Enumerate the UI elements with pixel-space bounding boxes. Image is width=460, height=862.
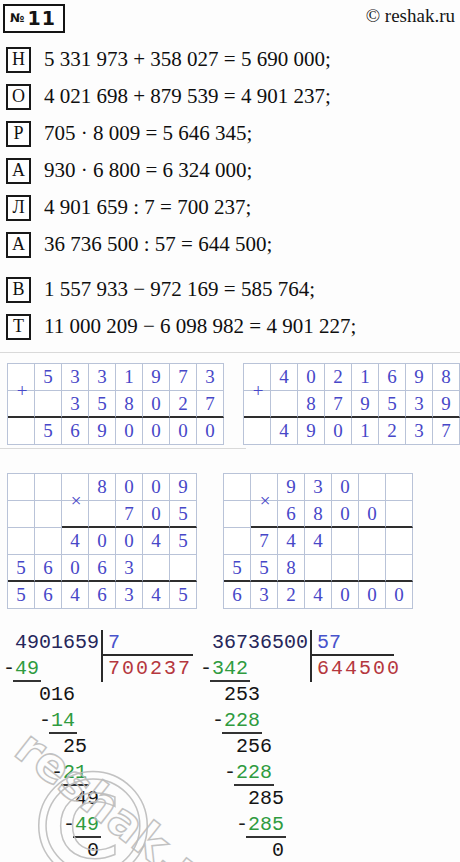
grid-cell: 3 <box>62 391 89 418</box>
divider-line <box>0 448 246 449</box>
grid-cell: 0 <box>62 555 89 582</box>
grid-cell <box>224 528 251 555</box>
remainder: 49 <box>75 787 99 810</box>
grid-cell <box>8 418 35 445</box>
times-sign: × <box>260 490 271 512</box>
equation-row: В1 557 933 − 972 169 = 585 764; <box>4 271 460 308</box>
problem-number: 11 <box>27 7 55 29</box>
equation-row: Л4 901 659 : 7 = 700 237; <box>4 189 460 226</box>
grid-cell: 9 <box>433 391 460 418</box>
subtrahend: 14 <box>49 708 77 734</box>
division-1: 4901659-49 016 -14 25 -21 49 -49 0770023… <box>3 630 99 862</box>
grid-cell: 0 <box>170 418 197 445</box>
division-step: -21 <box>3 760 99 786</box>
grid-cell <box>89 501 116 528</box>
remainder: 0 <box>87 839 99 862</box>
division-step: -228 <box>200 760 308 786</box>
grid-cell: 2 <box>379 418 406 445</box>
grid-cell <box>332 528 359 555</box>
dividend-line: 4901659 <box>3 630 99 656</box>
grid-cell: 2 <box>278 582 305 609</box>
grid-cell: 0 <box>143 474 170 501</box>
answer-letter-box: Р <box>6 121 31 147</box>
equation-text: 4 901 659 : 7 = 700 237; <box>44 195 251 220</box>
multiplication-grid-1: 800970540045560635646345× <box>7 473 197 609</box>
grid-cell: 7 <box>433 418 460 445</box>
grid-cell: 0 <box>143 418 170 445</box>
equation-row: А930 · 6 800 = 6 324 000; <box>4 152 460 189</box>
answer-letter-box: В <box>6 277 31 303</box>
grid-cell: 9 <box>278 474 305 501</box>
grid-cell: 5 <box>8 555 35 582</box>
grid-cell <box>359 528 386 555</box>
grid-cell: 6 <box>62 418 89 445</box>
grid-cell: 5 <box>89 391 116 418</box>
grid-cell <box>332 555 359 582</box>
grid-cell: 5 <box>224 555 251 582</box>
grid-cell <box>170 555 197 582</box>
grid-cell: 3 <box>62 364 89 391</box>
grid-cell <box>224 501 251 528</box>
grid-cell: 3 <box>406 391 433 418</box>
grid-cell <box>35 501 62 528</box>
grid-cell <box>359 555 386 582</box>
grid-cell: 9 <box>143 364 170 391</box>
grid-cell: 0 <box>116 418 143 445</box>
grid-cell: 8 <box>298 391 325 418</box>
grid-cell: 4 <box>143 528 170 555</box>
grid-cell <box>224 474 251 501</box>
grid-cell: 0 <box>386 582 413 609</box>
grid-cell: 3 <box>89 364 116 391</box>
copyright-text: © reshak.ru <box>366 5 455 27</box>
division-2: 36736500-342 253 -228 256 -228 285 -285 … <box>200 630 308 862</box>
times-sign: × <box>71 490 82 512</box>
grid-cell: 4 <box>305 528 332 555</box>
division-step: -14 <box>3 708 99 734</box>
plus-sign: + <box>253 380 264 402</box>
division-step: -342 <box>200 656 308 682</box>
answer-letter-box: Н <box>6 47 31 73</box>
equation-row: Р705 · 8 009 = 5 646 345; <box>4 115 460 152</box>
grid-cell: 1 <box>352 418 379 445</box>
grid-cell: 6 <box>89 555 116 582</box>
equation-text: 930 · 6 800 = 6 324 000; <box>44 158 252 183</box>
grid-cell: 0 <box>89 528 116 555</box>
grid-cell: 0 <box>298 364 325 391</box>
grid-cell <box>8 528 35 555</box>
multiplication-grid-2: 93068007445586324000× <box>223 473 413 609</box>
grid-cell: 9 <box>170 474 197 501</box>
division-step: -49 <box>3 656 99 682</box>
division-step: -285 <box>200 812 308 838</box>
grid-cell: 5 <box>379 391 406 418</box>
equation-row: Т11 000 209 − 6 098 982 = 4 901 227; <box>4 308 460 345</box>
addition-grid-2: 40216988795394901237+ <box>243 363 460 445</box>
remainder: 25 <box>63 735 87 758</box>
worksheet-page: № 11 © reshak.ru Н5 331 973 + 358 027 = … <box>0 0 460 862</box>
grid-cell: 5 <box>8 582 35 609</box>
grid-cell: 9 <box>352 391 379 418</box>
grid-cell <box>35 474 62 501</box>
numero-sign: № <box>10 11 24 25</box>
grid-cell: 6 <box>35 555 62 582</box>
dividend: 4901659 <box>15 631 99 654</box>
grid-cell: 0 <box>359 501 386 528</box>
grid-cell: 5 <box>170 501 197 528</box>
grid-cell: 6 <box>89 582 116 609</box>
grid-cell: 9 <box>406 364 433 391</box>
grid-cell: 4 <box>271 418 298 445</box>
remainder: 016 <box>39 683 75 706</box>
division-step: 0 <box>3 838 99 862</box>
grid-cell: 1 <box>352 364 379 391</box>
grid-cell: 4 <box>62 582 89 609</box>
grid-cell: 9 <box>89 418 116 445</box>
dividend-line: 36736500 <box>200 630 308 656</box>
grid-cell: 7 <box>116 501 143 528</box>
grid-cell <box>35 391 62 418</box>
equation-row: А36 736 500 : 57 = 644 500; <box>4 226 460 263</box>
grid-cell: 0 <box>332 582 359 609</box>
grid-cell: 3 <box>116 582 143 609</box>
answer-letter-box: Т <box>6 314 31 340</box>
grid-cell <box>305 555 332 582</box>
grid-cell: 0 <box>143 391 170 418</box>
grid-cell: 5 <box>35 418 62 445</box>
grid-cell: 2 <box>325 364 352 391</box>
grid-cell: 3 <box>251 582 278 609</box>
grid-cell: 5 <box>35 364 62 391</box>
division-work: 36736500-342 253 -228 256 -228 285 -285 … <box>200 630 308 862</box>
grid-cell <box>35 528 62 555</box>
grid-cell: 0 <box>332 474 359 501</box>
division-step: 285 <box>200 786 308 812</box>
grid-cell: 9 <box>298 418 325 445</box>
grid-cell <box>386 501 413 528</box>
grid-cell: 3 <box>305 474 332 501</box>
answer-letter-box: А <box>6 232 31 258</box>
grid-cell <box>386 474 413 501</box>
grid-cell: 7 <box>325 391 352 418</box>
grid-cell: 4 <box>305 582 332 609</box>
divisor-quotient-block: 57644500 <box>310 630 394 682</box>
grid-cell: 8 <box>305 501 332 528</box>
divisor: 57 <box>312 630 394 656</box>
division-step: -228 <box>200 708 308 734</box>
grid-cell <box>359 474 386 501</box>
equation-text: 705 · 8 009 = 5 646 345; <box>44 121 252 146</box>
division-step: 016 <box>3 682 99 708</box>
grid-cell: 0 <box>116 474 143 501</box>
division-work: 4901659-49 016 -14 25 -21 49 -49 0 <box>3 630 99 862</box>
answer-letter-box: О <box>6 84 31 110</box>
equation-row: Н5 331 973 + 358 027 = 5 690 000; <box>4 41 460 78</box>
grid-cell <box>244 418 271 445</box>
dividend: 36736500 <box>212 631 308 654</box>
subtrahend: 21 <box>61 760 89 786</box>
grid-cell: 5 <box>251 555 278 582</box>
grid-cell: 8 <box>433 364 460 391</box>
grid-cell: 4 <box>143 582 170 609</box>
grid-cell: 0 <box>197 418 224 445</box>
grid-cell: 8 <box>89 474 116 501</box>
grid-cell: 6 <box>224 582 251 609</box>
equation-text: 36 736 500 : 57 = 644 500; <box>44 232 272 257</box>
grid-cell: 7 <box>197 391 224 418</box>
subtrahend: 285 <box>246 812 286 838</box>
remainder: 256 <box>236 735 272 758</box>
grid-cell: 4 <box>271 364 298 391</box>
grid-cell: 1 <box>116 364 143 391</box>
grid-cell: 2 <box>170 391 197 418</box>
grid-cell <box>8 501 35 528</box>
plus-sign: + <box>17 380 28 402</box>
remainder: 0 <box>272 839 284 862</box>
division-step: -49 <box>3 812 99 838</box>
equation-text: 1 557 933 − 972 169 = 585 764; <box>44 277 315 302</box>
subtrahend: 342 <box>210 656 250 682</box>
problem-number-box: № 11 <box>3 4 65 33</box>
grid-cell: 4 <box>62 528 89 555</box>
grid-cell: 0 <box>143 501 170 528</box>
equation-text: 4 021 698 + 879 539 = 4 901 237; <box>44 84 331 109</box>
grid-cell <box>271 391 298 418</box>
grid-cell <box>386 528 413 555</box>
equation-text: 11 000 209 − 6 098 982 = 4 901 227; <box>44 314 356 339</box>
grid-cell: 0 <box>332 501 359 528</box>
grid-cell: 5 <box>170 528 197 555</box>
grid-cell: 7 <box>251 528 278 555</box>
divisor-quotient-block: 7700237 <box>101 630 193 682</box>
grid-cell: 6 <box>35 582 62 609</box>
grid-cell: 8 <box>278 555 305 582</box>
division-step: 253 <box>200 682 308 708</box>
grid-cell: 0 <box>116 528 143 555</box>
equation-text: 5 331 973 + 358 027 = 5 690 000; <box>44 47 331 72</box>
grid-cell: 3 <box>197 364 224 391</box>
answer-letter-box: Л <box>6 195 31 221</box>
grid-cell: 6 <box>278 501 305 528</box>
remainder: 253 <box>224 683 260 706</box>
grid-cell: 8 <box>116 391 143 418</box>
grid-cell: 0 <box>325 418 352 445</box>
grid-cell: 4 <box>278 528 305 555</box>
remainder: 285 <box>248 787 284 810</box>
quotient: 644500 <box>312 656 394 682</box>
divider-line <box>0 352 460 353</box>
divisor: 7 <box>103 630 193 656</box>
equations-list: Н5 331 973 + 358 027 = 5 690 000;О4 021 … <box>4 41 460 345</box>
grid-cell <box>8 474 35 501</box>
subtrahend: 49 <box>73 812 101 838</box>
grid-cell: 3 <box>406 418 433 445</box>
grid-cell <box>386 555 413 582</box>
answer-letter-box: А <box>6 158 31 184</box>
equation-row: О4 021 698 + 879 539 = 4 901 237; <box>4 78 460 115</box>
grid-cell: 5 <box>170 582 197 609</box>
grid-cell: 6 <box>379 364 406 391</box>
grid-cell: 7 <box>170 364 197 391</box>
division-step: 0 <box>200 838 308 862</box>
subtrahend: 49 <box>13 656 41 682</box>
division-step: 49 <box>3 786 99 812</box>
grid-cell <box>143 555 170 582</box>
subtrahend: 228 <box>234 760 274 786</box>
grid-cell: 0 <box>359 582 386 609</box>
addition-grid-1: 53319733580275690000+ <box>7 363 224 445</box>
division-step: 256 <box>200 734 308 760</box>
grid-cell: 3 <box>116 555 143 582</box>
subtrahend: 228 <box>222 708 262 734</box>
quotient: 700237 <box>103 656 193 682</box>
division-step: 25 <box>3 734 99 760</box>
